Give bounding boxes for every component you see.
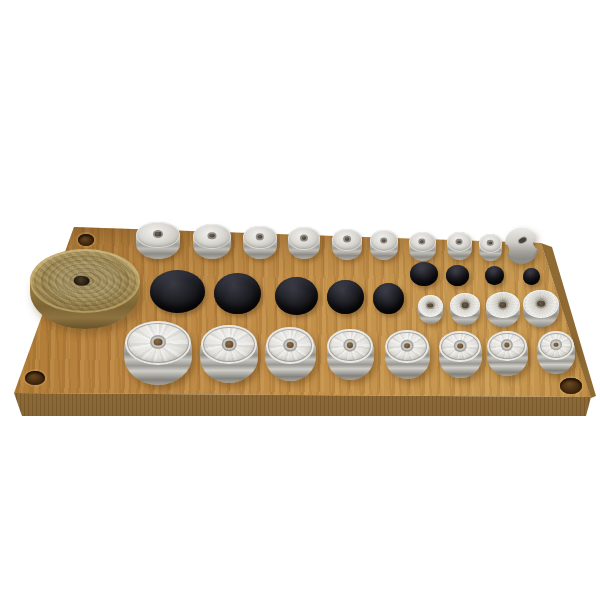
notched-aluminum-die-1 [504,226,539,265]
large-aluminum-die-1 [124,321,192,385]
large-black-die-3 [275,277,318,315]
top-aluminum-die-5 [332,229,362,260]
small-aluminum-die-3 [486,292,520,327]
large-black-die-1 [150,270,205,313]
small-aluminum-die-2 [450,293,480,325]
top-aluminum-die-7 [409,232,436,261]
large-black-die-5 [373,283,404,314]
top-aluminum-die-4 [288,227,320,259]
board-hole-2 [25,371,45,385]
top-aluminum-die-1 [136,222,180,259]
large-black-die-4 [327,280,364,314]
small-black-die-4 [523,268,540,285]
small-aluminum-die-4 [523,290,559,327]
large-aluminum-die-6 [439,331,482,378]
small-black-die-1 [410,262,438,286]
large-aluminum-die-4 [327,329,374,380]
board-hole-1 [78,234,94,246]
small-aluminum-die-1 [418,295,443,324]
small-black-die-3 [485,266,504,285]
large-black-die-2 [214,273,261,314]
top-aluminum-die-6 [370,230,398,260]
large-aluminum-die-5 [385,330,430,379]
top-aluminum-die-3 [243,226,277,259]
large-aluminum-die-7 [487,331,528,376]
top-aluminum-die-2 [193,224,231,259]
board-hole-3 [560,378,582,394]
brass-bowl-1 [30,249,140,329]
photo-scene [0,0,600,600]
large-aluminum-die-2 [200,325,258,383]
small-black-die-2 [446,265,469,286]
large-aluminum-die-3 [265,327,316,381]
top-aluminum-die-8 [447,232,472,260]
top-aluminum-die-9 [479,234,502,261]
large-aluminum-die-8 [537,331,575,374]
